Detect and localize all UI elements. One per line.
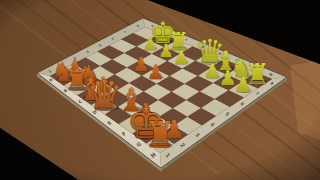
piece-yellow-pawn-b7[interactable]: ♟ (143, 34, 159, 54)
piece-yellow-pawn-c7[interactable]: ♟ (158, 40, 174, 61)
piece-orange-pawn-d5[interactable]: ♟ (147, 60, 165, 84)
piece-yellow-pawn-d7[interactable]: ♟ (173, 47, 190, 68)
game-viewport: AA11BB22CC33DD44EE55FF66GG77HH88♚♜♟♟♛♟♝♟… (0, 0, 320, 180)
piece-orange-rook-h1[interactable]: ♜ (144, 113, 176, 156)
piece-yellow-pawn-h7[interactable]: ♟ (234, 72, 253, 97)
chessboard-3d-view: AA11BB22CC33DD44EE55FF66GG77HH88♚♜♟♟♛♟♝♟… (0, 0, 320, 180)
